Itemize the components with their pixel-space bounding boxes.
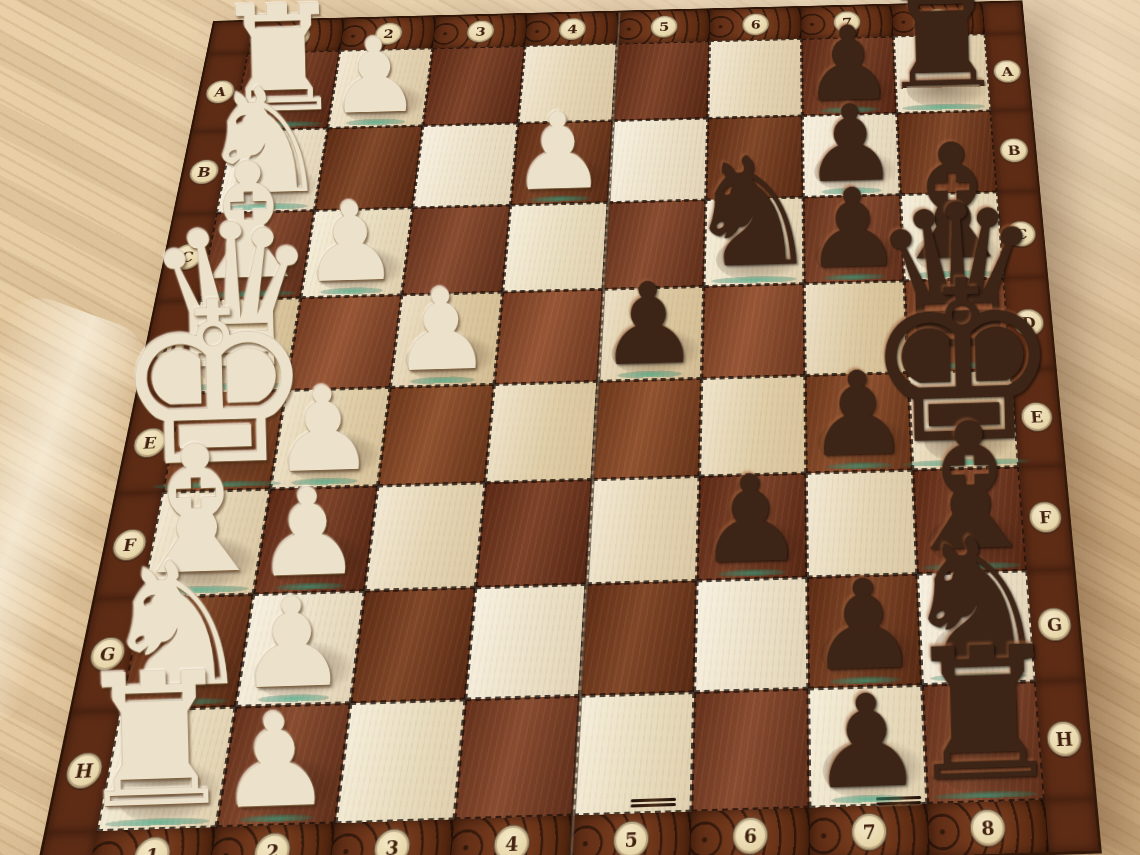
black-pawn[interactable]: ♟ xyxy=(808,683,925,804)
white-pawn-glyph: ♟ xyxy=(270,376,377,486)
bottom-border-cell: 3 xyxy=(329,819,455,855)
white-rook-glyph: ♜ xyxy=(211,0,346,129)
black-rook[interactable]: ♜ xyxy=(900,629,1067,801)
square-d4[interactable] xyxy=(494,289,603,384)
square-c2[interactable]: ♟ xyxy=(301,208,413,298)
square-d8[interactable]: ♛ xyxy=(904,278,1011,372)
piece-shadow xyxy=(523,156,609,201)
square-d2[interactable] xyxy=(286,295,402,391)
square-h3[interactable] xyxy=(335,699,465,823)
piece-shadow xyxy=(716,235,802,283)
square-c5[interactable] xyxy=(603,200,706,289)
top-border-cell: 1 xyxy=(247,19,345,52)
piece-shadow xyxy=(906,67,989,109)
square-c6[interactable]: ♞ xyxy=(704,197,804,286)
right-border-cell: F xyxy=(1019,465,1073,570)
square-b5[interactable] xyxy=(608,118,707,202)
square-e1[interactable]: ♚ xyxy=(162,390,286,492)
black-rook[interactable]: ♜ xyxy=(875,0,1009,111)
coordinate-label: A xyxy=(992,60,1022,84)
board-grid: 12345678A♜♟♟♜AB♞♟♟BC♝♟♞♟♝CD♛♟♟♛DE♚♟♟♚EF♝… xyxy=(36,2,1099,855)
white-rook-glyph: ♜ xyxy=(71,654,240,827)
coordinate-label: 6 xyxy=(742,13,770,36)
white-bishop-glyph: ♝ xyxy=(115,429,277,595)
square-d5[interactable]: ♟ xyxy=(598,286,704,381)
square-b2[interactable] xyxy=(315,126,423,211)
piece-shadow xyxy=(313,246,406,294)
piece-shadow xyxy=(112,759,225,826)
square-h8[interactable]: ♜ xyxy=(922,681,1045,804)
square-f1[interactable]: ♝ xyxy=(142,489,270,598)
square-e6[interactable] xyxy=(699,375,806,476)
white-queen[interactable]: ♛ xyxy=(141,205,323,391)
top-border-cell: 6 xyxy=(710,8,802,41)
coordinate-label: 5 xyxy=(650,15,678,38)
hinge-clasp xyxy=(876,794,922,808)
coordinate-label: 2 xyxy=(373,22,404,45)
square-g2[interactable]: ♟ xyxy=(235,591,364,707)
black-pawn-glyph: ♟ xyxy=(696,464,806,577)
white-pawn[interactable]: ♟ xyxy=(300,192,401,295)
piece-shadow xyxy=(821,622,920,684)
piece-shadow xyxy=(814,148,898,193)
bottom-border-cell: 7 xyxy=(809,804,929,855)
right-border-cell: C xyxy=(997,191,1045,278)
left-border-cell: E xyxy=(117,393,181,493)
piece-shadow xyxy=(135,643,243,705)
square-g4[interactable] xyxy=(465,584,586,699)
black-pawn-glyph: ♟ xyxy=(802,95,899,194)
coordinate-label: 8 xyxy=(924,8,953,31)
white-knight[interactable]: ♞ xyxy=(196,73,331,211)
black-bishop-glyph: ♝ xyxy=(890,406,1050,571)
black-pawn[interactable]: ♟ xyxy=(597,272,700,378)
square-a4[interactable] xyxy=(518,43,617,123)
black-pawn[interactable]: ♟ xyxy=(801,17,895,113)
square-h1[interactable]: ♜ xyxy=(97,707,236,831)
black-pawn-glyph: ♟ xyxy=(808,683,925,804)
black-knight[interactable]: ♞ xyxy=(898,520,1054,681)
square-f8[interactable]: ♝ xyxy=(913,467,1027,574)
coordinate-label: 3 xyxy=(465,20,495,43)
piece-shadow xyxy=(815,232,902,280)
piece-shadow xyxy=(156,535,261,593)
top-border-cell: 8 xyxy=(892,3,985,36)
bottom-border-cell: 2 xyxy=(208,823,336,855)
scene: 12345678A♜♟♟♜AB♞♟♟BC♝♟♞♟♝CD♛♟♟♛DE♚♟♟♚EF♝… xyxy=(0,0,1140,855)
top-border-cell: 4 xyxy=(525,12,619,45)
coordinate-label: B xyxy=(999,138,1030,163)
black-rook-glyph: ♜ xyxy=(900,629,1067,801)
black-pawn-glyph: ♟ xyxy=(801,17,895,113)
square-h5[interactable] xyxy=(573,692,694,815)
square-a7[interactable]: ♟ xyxy=(802,36,897,115)
white-pawn-glyph: ♟ xyxy=(216,701,335,823)
square-b4[interactable]: ♟ xyxy=(511,121,613,205)
coordinate-label: E xyxy=(131,427,169,458)
piece-shadow xyxy=(823,736,925,802)
piece-shadow xyxy=(212,248,306,296)
coordinate-label: F xyxy=(110,529,149,562)
square-a6[interactable] xyxy=(708,39,803,119)
coordinate-label: D xyxy=(151,333,187,362)
white-king-glyph: ♚ xyxy=(111,279,317,490)
square-e5[interactable] xyxy=(592,378,701,479)
coordinate-label: G xyxy=(1036,607,1072,641)
piece-shadow xyxy=(914,229,1002,277)
coordinate-label: D xyxy=(1012,308,1045,336)
coordinate-label: C xyxy=(1005,221,1037,248)
square-e2[interactable]: ♟ xyxy=(270,387,390,489)
square-e4[interactable] xyxy=(485,381,598,482)
piece-shadow xyxy=(918,318,1009,369)
black-pawn[interactable]: ♟ xyxy=(696,464,806,577)
square-e7[interactable]: ♟ xyxy=(805,372,913,473)
top-border-cell: 2 xyxy=(340,17,437,50)
bottom-border-cell: 8 xyxy=(927,800,1049,855)
coordinate-label: 7 xyxy=(833,11,861,34)
square-b6[interactable] xyxy=(706,116,803,200)
coordinate-label: A xyxy=(204,80,237,104)
black-pawn[interactable]: ♟ xyxy=(805,361,911,470)
white-pawn-glyph: ♟ xyxy=(253,477,364,590)
white-knight[interactable]: ♞ xyxy=(97,544,256,707)
piece-shadow xyxy=(340,82,427,125)
white-bishop[interactable]: ♝ xyxy=(115,429,277,595)
left-border-cell: B xyxy=(175,131,232,215)
left-border-cell: D xyxy=(138,301,200,395)
left-border-cell: F xyxy=(95,492,162,599)
coordinate-label: E xyxy=(1020,402,1054,432)
coordinate-label: 6 xyxy=(732,816,768,855)
piece-shadow xyxy=(244,84,333,127)
coordinate-label: 1 xyxy=(280,25,312,48)
coordinate-label: F xyxy=(1028,501,1063,533)
white-pawn[interactable]: ♟ xyxy=(235,585,349,702)
coordinate-label: C xyxy=(169,243,204,270)
piece-shadow xyxy=(927,512,1024,570)
black-pawn[interactable]: ♟ xyxy=(802,95,899,194)
white-rook[interactable]: ♜ xyxy=(211,0,346,129)
white-pawn[interactable]: ♟ xyxy=(389,278,493,384)
white-pawn-glyph: ♟ xyxy=(510,103,607,203)
piece-shadow xyxy=(403,332,497,383)
piece-shadow xyxy=(710,518,805,576)
white-rook[interactable]: ♜ xyxy=(71,654,240,827)
square-g8[interactable]: ♞ xyxy=(917,571,1035,685)
white-pawn[interactable]: ♟ xyxy=(270,376,377,486)
black-pawn[interactable]: ♟ xyxy=(807,568,920,685)
black-pawn-glyph: ♟ xyxy=(597,272,700,378)
coordinate-label: 2 xyxy=(251,832,292,855)
white-pawn-glyph: ♟ xyxy=(327,29,422,126)
bottom-border-cell: 1 xyxy=(87,827,217,855)
square-a5[interactable] xyxy=(613,41,710,121)
square-c4[interactable] xyxy=(503,202,609,292)
coordinate-label: H xyxy=(1046,721,1084,758)
border-corner xyxy=(1045,798,1099,852)
square-c1[interactable]: ♝ xyxy=(199,210,314,300)
left-border-cell: H xyxy=(47,710,120,832)
piece-shadow xyxy=(938,733,1042,799)
square-h6[interactable] xyxy=(691,689,809,812)
board-fold-seam xyxy=(568,12,621,855)
black-pawn-glyph: ♟ xyxy=(803,178,903,280)
black-bishop-glyph: ♝ xyxy=(879,129,1024,278)
white-pawn[interactable]: ♟ xyxy=(253,477,364,590)
black-knight-glyph: ♞ xyxy=(683,142,821,284)
square-h7[interactable]: ♟ xyxy=(808,685,927,808)
photo-of-chess-set: 12345678A♜♟♟♜AB♞♟♟BC♝♟♞♟♝CD♛♟♟♛DE♚♟♟♚EF♝… xyxy=(0,0,1140,855)
border-corner xyxy=(983,2,1024,34)
hinge-clasp xyxy=(630,796,676,810)
white-knight-glyph: ♞ xyxy=(196,73,331,211)
square-a2[interactable]: ♟ xyxy=(328,48,433,128)
white-pawn-glyph: ♟ xyxy=(300,192,401,295)
white-pawn-glyph: ♟ xyxy=(389,278,493,384)
left-border-cell: A xyxy=(192,53,247,132)
piece-shadow xyxy=(611,326,701,377)
top-border-cell: 7 xyxy=(801,6,893,39)
black-pawn-glyph: ♟ xyxy=(805,361,911,470)
bottom-border-cell: 5 xyxy=(570,812,691,855)
piece-shadow xyxy=(176,433,277,488)
top-border-cell: 5 xyxy=(617,10,710,43)
square-g1[interactable]: ♞ xyxy=(120,594,253,710)
right-border-cell: H xyxy=(1036,680,1094,800)
square-h2[interactable]: ♟ xyxy=(216,703,350,827)
coordinate-label: B xyxy=(187,159,221,185)
coordinate-label: 5 xyxy=(612,820,649,855)
square-c7[interactable]: ♟ xyxy=(803,195,904,284)
square-f5[interactable] xyxy=(586,476,699,584)
black-king-glyph: ♚ xyxy=(861,259,1064,468)
square-d6[interactable] xyxy=(702,284,805,379)
chess-board: 12345678A♜♟♟♜AB♞♟♟BC♝♟♞♟♝CD♛♟♟♛DE♚♟♟♚EF♝… xyxy=(36,2,1099,855)
black-bishop[interactable]: ♝ xyxy=(879,129,1024,278)
right-border-cell: G xyxy=(1027,569,1083,681)
piece-shadow xyxy=(933,618,1033,679)
white-knight-glyph: ♞ xyxy=(97,544,256,707)
border-corner xyxy=(208,22,253,54)
square-a3[interactable] xyxy=(423,46,525,126)
square-b7[interactable]: ♟ xyxy=(802,113,900,197)
square-d7[interactable] xyxy=(804,281,908,376)
border-corner xyxy=(36,831,97,855)
square-e8[interactable]: ♚ xyxy=(908,370,1019,470)
piece-shadow xyxy=(813,70,895,113)
right-border-cell: A xyxy=(985,33,1030,111)
white-pawn[interactable]: ♟ xyxy=(216,701,335,823)
black-pawn[interactable]: ♟ xyxy=(803,178,903,280)
white-pawn[interactable]: ♟ xyxy=(510,103,607,203)
white-bishop[interactable]: ♝ xyxy=(175,148,322,298)
square-f7[interactable] xyxy=(806,470,917,577)
right-border-cell: D xyxy=(1004,277,1054,370)
coordinate-label: 4 xyxy=(492,824,531,855)
square-b3[interactable] xyxy=(413,123,518,208)
square-g3[interactable] xyxy=(351,587,476,703)
bottom-border-cell: 6 xyxy=(690,808,810,855)
piece-shadow xyxy=(231,755,341,822)
square-a8[interactable]: ♜ xyxy=(893,34,991,113)
black-king[interactable]: ♚ xyxy=(861,259,1064,468)
square-e3[interactable] xyxy=(378,384,494,485)
black-rook-glyph: ♜ xyxy=(875,0,1009,111)
white-king[interactable]: ♚ xyxy=(111,279,317,490)
left-border-cell: G xyxy=(72,598,142,712)
coordinate-label: 1 xyxy=(130,836,173,855)
square-f4[interactable] xyxy=(476,479,593,587)
coordinate-label: G xyxy=(87,637,128,672)
black-knight[interactable]: ♞ xyxy=(683,142,821,284)
square-b1[interactable]: ♞ xyxy=(216,128,327,213)
square-b8[interactable] xyxy=(897,111,998,195)
piece-shadow xyxy=(923,412,1017,466)
coordinate-label: H xyxy=(63,752,106,789)
square-d1[interactable]: ♛ xyxy=(181,298,300,394)
piece-shadow xyxy=(267,531,369,589)
white-pawn-glyph: ♟ xyxy=(235,585,349,702)
piece-shadow xyxy=(250,639,356,701)
square-f3[interactable] xyxy=(365,483,486,591)
white-bishop-glyph: ♝ xyxy=(175,148,322,298)
piece-shadow xyxy=(195,338,292,389)
square-h4[interactable] xyxy=(454,696,580,820)
coordinate-label: 4 xyxy=(558,18,587,41)
black-pawn-glyph: ♟ xyxy=(807,568,920,685)
black-knight-glyph: ♞ xyxy=(898,520,1054,681)
white-pawn[interactable]: ♟ xyxy=(327,29,422,126)
white-queen-glyph: ♛ xyxy=(141,205,323,391)
black-queen-glyph: ♛ xyxy=(867,185,1047,370)
square-c3[interactable] xyxy=(402,205,511,295)
square-g6[interactable] xyxy=(694,577,808,692)
square-g5[interactable] xyxy=(580,581,697,696)
coordinate-label: 8 xyxy=(969,809,1007,848)
piece-shadow xyxy=(229,164,320,210)
bottom-border-cell: 4 xyxy=(450,816,573,855)
square-f2[interactable]: ♟ xyxy=(253,486,377,594)
coordinate-label: 7 xyxy=(851,812,888,851)
piece-shadow xyxy=(818,415,910,469)
square-a1[interactable]: ♜ xyxy=(232,51,340,131)
coordinate-label: 3 xyxy=(372,828,412,855)
square-g7[interactable]: ♟ xyxy=(807,574,922,689)
piece-shadow xyxy=(284,430,383,485)
black-queen[interactable]: ♛ xyxy=(867,185,1047,370)
left-border-cell: C xyxy=(157,213,216,302)
square-d3[interactable]: ♟ xyxy=(390,292,502,387)
square-c8[interactable]: ♝ xyxy=(900,192,1004,281)
square-f6[interactable]: ♟ xyxy=(697,473,807,581)
right-border-cell: B xyxy=(991,110,1038,192)
black-bishop[interactable]: ♝ xyxy=(890,406,1050,571)
top-border-cell: 3 xyxy=(433,15,528,48)
right-border-cell: E xyxy=(1011,368,1063,467)
